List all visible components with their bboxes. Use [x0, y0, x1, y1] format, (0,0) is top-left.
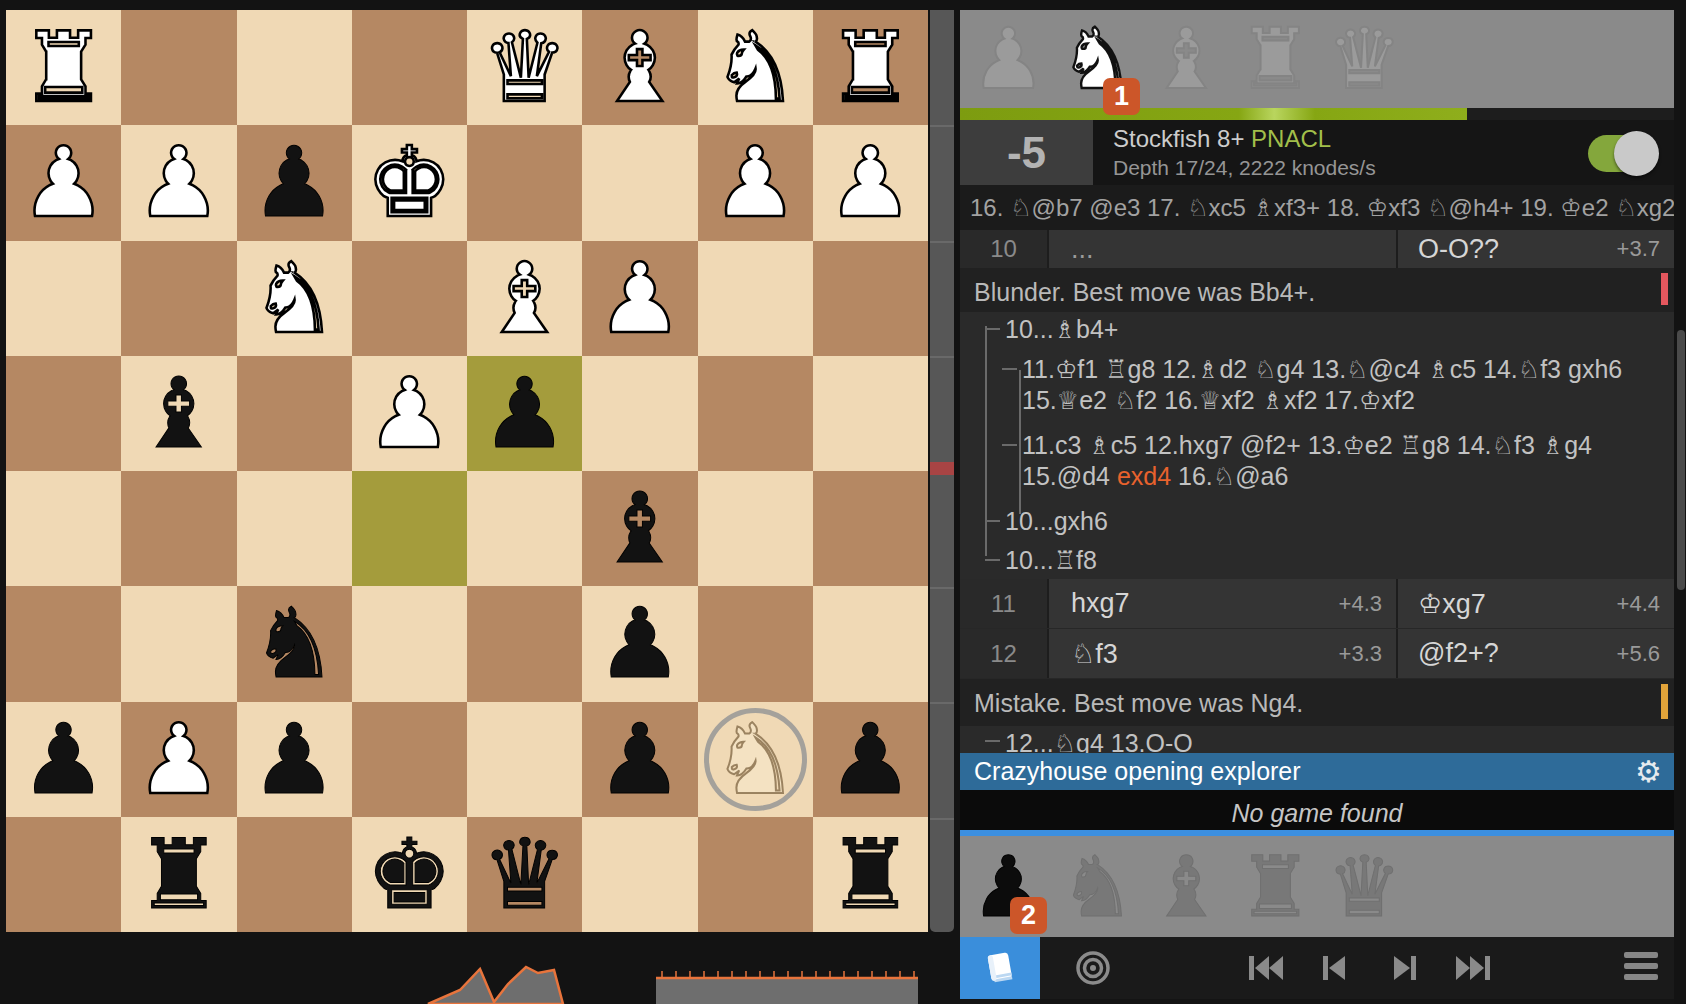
- book-icon: [982, 950, 1018, 986]
- pocket-black-rook[interactable]: ♜: [1231, 836, 1320, 937]
- square-c3[interactable]: ♟: [582, 241, 697, 356]
- variation-line[interactable]: 10...gxh6: [1005, 508, 1674, 534]
- square-a2[interactable]: ♟: [813, 125, 928, 240]
- square-e4[interactable]: ♟: [352, 356, 467, 471]
- square-e1[interactable]: [352, 10, 467, 125]
- piece-black-rook: ♜: [827, 826, 914, 923]
- go-last-button[interactable]: [1455, 953, 1491, 983]
- engine-name-line: Stockfish 8+ PNACL: [1113, 125, 1376, 153]
- current-move[interactable]: exd4: [1117, 462, 1171, 490]
- square-g6[interactable]: [121, 586, 236, 701]
- square-e7[interactable]: [352, 702, 467, 817]
- pocket-black-queen[interactable]: ♛: [1320, 836, 1409, 937]
- piece-white-rook: ♜: [827, 19, 914, 116]
- square-e6[interactable]: [352, 586, 467, 701]
- move-number: 11: [960, 579, 1049, 628]
- square-b1[interactable]: ♞: [698, 10, 813, 125]
- square-a8[interactable]: ♜: [813, 817, 928, 932]
- piece-white-pawn: ♟: [20, 134, 107, 231]
- variation-line[interactable]: 10...♗b4+: [1005, 316, 1674, 342]
- bishop-icon: ♝: [1149, 845, 1224, 929]
- engine-info: Stockfish 8+ PNACL Depth 17/24, 2222 kno…: [1093, 125, 1376, 180]
- queen-icon: ♛: [1327, 17, 1402, 101]
- piece-black-pawn: ♟: [827, 711, 914, 808]
- square-a5[interactable]: [813, 471, 928, 586]
- piece-white-bishop: ♝: [481, 250, 568, 347]
- toggle-knob: [1614, 131, 1659, 176]
- move-navigation: [1248, 937, 1491, 999]
- gauge-tick: [930, 702, 954, 704]
- square-f4[interactable]: [237, 356, 352, 471]
- menu-button[interactable]: [1624, 952, 1658, 980]
- piece-black-bishop: ♝: [596, 480, 683, 577]
- square-b6[interactable]: [698, 586, 813, 701]
- advantage-chart-sliver: [420, 964, 930, 1004]
- square-b8[interactable]: [698, 817, 813, 932]
- square-h4[interactable]: [6, 356, 121, 471]
- square-c5[interactable]: ♝: [582, 471, 697, 586]
- go-next-button[interactable]: [1386, 953, 1422, 983]
- gauge-tick: [930, 241, 954, 243]
- blunder-marker: [1661, 273, 1668, 305]
- piece-white-pawn: ♟: [712, 134, 799, 231]
- pocket-black[interactable]: ♟2♞♝♜♛: [960, 836, 1674, 937]
- square-e8[interactable]: ♚: [352, 817, 467, 932]
- square-f8[interactable]: [237, 817, 352, 932]
- square-f5[interactable]: [237, 471, 352, 586]
- piece-white-pawn: ♟: [135, 134, 222, 231]
- square-e5[interactable]: [352, 471, 467, 586]
- pawn-icon: ♟: [971, 17, 1046, 101]
- square-f1[interactable]: [237, 10, 352, 125]
- knight-icon: ♞: [1060, 845, 1135, 929]
- piece-black-bishop: ♝: [135, 365, 222, 462]
- rook-icon: ♜: [1238, 845, 1313, 929]
- move-white[interactable]: hxg7+4.3: [1049, 579, 1398, 628]
- square-g8[interactable]: ♜: [121, 817, 236, 932]
- pocket-count-badge: 1: [1103, 78, 1140, 115]
- drop-target-ring: [704, 708, 807, 811]
- nested-variations: 11.♔f1 ♖g8 12.♗d2 ♘g4 13.♘@c4 ♗c5 14.♘f3…: [1005, 354, 1674, 492]
- square-f3[interactable]: ♞: [237, 241, 352, 356]
- square-g3[interactable]: [121, 241, 236, 356]
- square-d6[interactable]: [467, 586, 582, 701]
- engine-toggle[interactable]: [1588, 135, 1656, 172]
- square-a1[interactable]: ♜: [813, 10, 928, 125]
- square-b4[interactable]: [698, 356, 813, 471]
- square-g1[interactable]: [121, 10, 236, 125]
- pocket-white[interactable]: ♟♞1♝♜♛: [960, 10, 1674, 108]
- chess-board[interactable]: ♜♛♝♞♜♟♟♟♚♟♟♞♝♟♝♟♟♝♞♟♟♟♟♟♞♟♜♚♛♜: [6, 10, 928, 932]
- square-b7[interactable]: ♞: [698, 702, 813, 817]
- square-c2[interactable]: [582, 125, 697, 240]
- gauge-center-tick: [930, 462, 954, 475]
- piece-white-queen: ♛: [481, 19, 568, 116]
- comment-mistake: Mistake. Best move was Ng4.: [960, 679, 1674, 726]
- square-d1[interactable]: ♛: [467, 10, 582, 125]
- analysis-panel: ♟♞1♝♜♛ -5 Stockfish 8+ PNACL Depth 17/24…: [960, 10, 1674, 1004]
- gauge-tick: [930, 125, 954, 127]
- move-number: 12: [960, 629, 1049, 678]
- variation-line-clipped[interactable]: 12...♘g4 13.O-O: [960, 726, 1674, 753]
- move-white[interactable]: ...: [1049, 230, 1398, 268]
- piece-black-rook: ♜: [135, 826, 222, 923]
- move-number: 10: [960, 230, 1049, 268]
- pocket-white-queen[interactable]: ♛: [1320, 10, 1409, 108]
- opening-explorer-header[interactable]: Crazyhouse opening explorer ⚙: [960, 753, 1674, 790]
- square-b2[interactable]: ♟: [698, 125, 813, 240]
- square-b5[interactable]: [698, 471, 813, 586]
- square-a7[interactable]: ♟: [813, 702, 928, 817]
- piece-white-knight: ♞: [251, 250, 338, 347]
- engine-progress-bar: [960, 108, 1674, 120]
- piece-white-king: ♚: [366, 134, 453, 231]
- piece-white-knight: ♞: [712, 19, 799, 116]
- engine-progress-fill: [960, 108, 1467, 120]
- eval-gauge: [930, 10, 954, 932]
- explorer-empty-message: No game found: [1232, 799, 1403, 830]
- gauge-tick: [930, 356, 954, 358]
- square-c6[interactable]: ♟: [582, 586, 697, 701]
- piece-black-pawn: ♟: [596, 711, 683, 808]
- pocket-white-bishop[interactable]: ♝: [1142, 10, 1231, 108]
- clipped-footer: [960, 999, 1674, 1004]
- opening-explorer-body: No game found: [960, 790, 1674, 830]
- square-b3[interactable]: [698, 241, 813, 356]
- piece-black-pawn: ♟: [481, 365, 568, 462]
- engine-eval-row: -5 Stockfish 8+ PNACL Depth 17/24, 2222 …: [960, 120, 1674, 185]
- eval-score: -5: [960, 120, 1093, 185]
- square-h2[interactable]: ♟: [6, 125, 121, 240]
- piece-black-pawn: ♟: [596, 595, 683, 692]
- navigation-bar: [960, 937, 1674, 999]
- piece-black-queen: ♛: [481, 826, 568, 923]
- piece-black-knight: ♞: [251, 595, 338, 692]
- variation-line[interactable]: 11.♔f1 ♖g8 12.♗d2 ♘g4 13.♘@c4 ♗c5 14.♘f3…: [1005, 354, 1674, 416]
- pocket-white-pawn[interactable]: ♟: [964, 10, 1053, 108]
- move-black[interactable]: ♔xg7+4.4: [1398, 579, 1674, 628]
- move-row-12: 12 ♘f3+3.3 @f2+?+5.6: [960, 629, 1674, 679]
- gauge-tick: [930, 818, 954, 820]
- pocket-black-knight[interactable]: ♞: [1053, 836, 1142, 937]
- square-a3[interactable]: [813, 241, 928, 356]
- square-d4[interactable]: ♟: [467, 356, 582, 471]
- bishop-icon: ♝: [1149, 17, 1224, 101]
- square-h7[interactable]: ♟: [6, 702, 121, 817]
- go-previous-button[interactable]: [1317, 953, 1353, 983]
- go-first-button[interactable]: [1248, 953, 1284, 983]
- engine-mode: PNACL: [1251, 125, 1331, 152]
- square-h3[interactable]: [6, 241, 121, 356]
- square-h1[interactable]: ♜: [6, 10, 121, 125]
- opening-book-button[interactable]: [960, 937, 1040, 999]
- square-h6[interactable]: [6, 586, 121, 701]
- square-d8[interactable]: ♛: [467, 817, 582, 932]
- square-f7[interactable]: ♟: [237, 702, 352, 817]
- square-g7[interactable]: ♟: [121, 702, 236, 817]
- square-d5[interactable]: [467, 471, 582, 586]
- explorer-title: Crazyhouse opening explorer: [960, 757, 1301, 786]
- variation-line[interactable]: 10...♖f8: [1005, 547, 1674, 573]
- move-black[interactable]: O-O??+3.7: [1398, 230, 1674, 268]
- comment-blunder: Blunder. Best move was Bb4+.: [960, 268, 1674, 312]
- engine-pv-line[interactable]: 16. ♘@b7 @e3 17. ♘xc5 ♗xf3+ 18. ♔xf3 ♘@h…: [960, 185, 1674, 230]
- square-d2[interactable]: [467, 125, 582, 240]
- square-h8[interactable]: [6, 817, 121, 932]
- piece-black-pawn: ♟: [251, 134, 338, 231]
- square-c7[interactable]: ♟: [582, 702, 697, 817]
- focus-rings-icon[interactable]: [1058, 937, 1128, 999]
- pocket-white-knight[interactable]: ♞1: [1053, 10, 1142, 108]
- square-f6[interactable]: ♞: [237, 586, 352, 701]
- pocket-count-badge: 2: [1010, 897, 1047, 934]
- square-a6[interactable]: [813, 586, 928, 701]
- gear-icon[interactable]: ⚙: [1635, 754, 1662, 789]
- piece-white-pawn: ♟: [366, 365, 453, 462]
- square-g4[interactable]: ♝: [121, 356, 236, 471]
- square-d3[interactable]: ♝: [467, 241, 582, 356]
- square-e2[interactable]: ♚: [352, 125, 467, 240]
- mistake-marker: [1661, 684, 1668, 719]
- gauge-tick: [930, 587, 954, 589]
- square-d7[interactable]: [467, 702, 582, 817]
- piece-white-pawn: ♟: [827, 134, 914, 231]
- square-c4[interactable]: [582, 356, 697, 471]
- variation-tree: 10...♗b4+ 11.♔f1 ♖g8 12.♗d2 ♘g4 13.♘@c4 …: [960, 312, 1674, 579]
- move-row-11: 11 hxg7+4.3 ♔xg7+4.4: [960, 579, 1674, 629]
- pocket-black-pawn[interactable]: ♟2: [964, 836, 1053, 937]
- piece-black-pawn: ♟: [251, 711, 338, 808]
- piece-white-rook: ♜: [20, 19, 107, 116]
- engine-depth: Depth 17/24, 2222 knodes/s: [1113, 156, 1376, 180]
- queen-icon: ♛: [1327, 845, 1402, 929]
- piece-white-bishop: ♝: [596, 19, 683, 116]
- square-c8[interactable]: [582, 817, 697, 932]
- move-black[interactable]: @f2+?+5.6: [1398, 629, 1674, 678]
- pocket-white-rook[interactable]: ♜: [1231, 10, 1320, 108]
- square-a4[interactable]: [813, 356, 928, 471]
- rook-icon: ♜: [1238, 17, 1313, 101]
- piece-white-pawn: ♟: [135, 711, 222, 808]
- piece-black-king: ♚: [366, 826, 453, 923]
- scrollbar-thumb[interactable]: [1677, 330, 1685, 590]
- square-g5[interactable]: [121, 471, 236, 586]
- move-white[interactable]: ♘f3+3.3: [1049, 629, 1398, 678]
- square-c1[interactable]: ♝: [582, 10, 697, 125]
- piece-black-pawn: ♟: [20, 711, 107, 808]
- square-h5[interactable]: [6, 471, 121, 586]
- square-f2[interactable]: ♟: [237, 125, 352, 240]
- variation-line[interactable]: 11.c3 ♗c5 12.hxg7 @f2+ 13.♔e2 ♖g8 14.♘f3…: [1005, 430, 1674, 492]
- move-row-10: 10 ... O-O??+3.7: [960, 230, 1674, 268]
- square-e3[interactable]: [352, 241, 467, 356]
- engine-name: Stockfish 8+: [1113, 125, 1244, 152]
- pocket-black-bishop[interactable]: ♝: [1142, 836, 1231, 937]
- square-g2[interactable]: ♟: [121, 125, 236, 240]
- piece-white-pawn: ♟: [596, 250, 683, 347]
